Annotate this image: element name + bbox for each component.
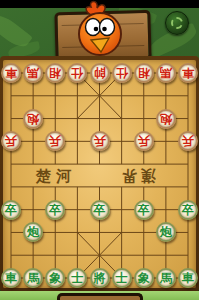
board-grid (0, 56, 199, 292)
piece-green-卒[interactable]: 卒 (178, 200, 198, 220)
gear-icon (171, 17, 183, 29)
piece-red-相[interactable]: 相 (134, 63, 154, 83)
piece-label: 相 (138, 65, 150, 81)
leaf-decoration (0, 10, 33, 51)
piece-label: 馬 (27, 270, 39, 286)
piece-label: 馬 (27, 65, 39, 81)
piece-red-兵[interactable]: 兵 (134, 131, 154, 151)
piece-red-馬[interactable]: 馬 (156, 63, 176, 83)
settings-button[interactable] (165, 11, 189, 35)
piece-green-馬[interactable]: 馬 (156, 268, 176, 288)
game-board[interactable]: 楚河 漢界 車馬相仕帥仕相馬車炮炮兵兵兵兵兵卒卒卒卒卒炮炮車馬象士將士象馬車 (0, 56, 199, 292)
piece-green-卒[interactable]: 卒 (90, 200, 110, 220)
piece-label: 車 (5, 270, 17, 286)
river-label-left: 楚河 (36, 168, 76, 184)
piece-red-馬[interactable]: 馬 (23, 63, 43, 83)
piece-green-卒[interactable]: 卒 (134, 200, 154, 220)
piece-label: 象 (138, 270, 150, 286)
bird-left-pupil (94, 27, 99, 32)
piece-label: 兵 (5, 133, 17, 149)
piece-label: 仕 (71, 65, 83, 81)
piece-red-炮[interactable]: 炮 (156, 109, 176, 129)
piece-label: 炮 (160, 111, 172, 127)
piece-red-車[interactable]: 車 (178, 63, 198, 83)
piece-label: 炮 (27, 224, 39, 240)
piece-label: 車 (182, 65, 194, 81)
piece-label: 馬 (160, 65, 172, 81)
piece-green-卒[interactable]: 卒 (45, 200, 65, 220)
piece-red-兵[interactable]: 兵 (90, 131, 110, 151)
piece-green-將[interactable]: 將 (90, 268, 110, 288)
piece-label: 兵 (182, 133, 194, 149)
piece-label: 兵 (94, 133, 106, 149)
piece-label: 卒 (94, 202, 106, 218)
bird-right-pupil (102, 27, 107, 32)
river-label-right: 漢界 (118, 168, 156, 184)
piece-label: 卒 (138, 202, 150, 218)
piece-label: 相 (49, 65, 61, 81)
piece-label: 車 (182, 270, 194, 286)
piece-label: 炮 (160, 224, 172, 240)
piece-label: 車 (5, 65, 17, 81)
piece-label: 士 (71, 270, 83, 286)
piece-label: 兵 (49, 133, 61, 149)
piece-label: 兵 (138, 133, 150, 149)
piece-label: 將 (94, 270, 106, 286)
piece-red-車[interactable]: 車 (1, 63, 21, 83)
game-screen: 楚河 漢界 車馬相仕帥仕相馬車炮炮兵兵兵兵兵卒卒卒卒卒炮炮車馬象士將士象馬車 (0, 0, 199, 300)
piece-green-車[interactable]: 車 (1, 268, 21, 288)
bottom-sign-button[interactable] (57, 293, 143, 300)
piece-label: 炮 (27, 111, 39, 127)
piece-label: 卒 (182, 202, 194, 218)
piece-label: 馬 (160, 270, 172, 286)
piece-label: 士 (116, 270, 128, 286)
piece-label: 帥 (94, 65, 106, 81)
piece-red-帥[interactable]: 帥 (90, 63, 110, 83)
piece-label: 仕 (116, 65, 128, 81)
piece-green-士[interactable]: 士 (112, 268, 132, 288)
piece-green-象[interactable]: 象 (134, 268, 154, 288)
bird-mascot-icon (71, 0, 129, 58)
piece-green-車[interactable]: 車 (178, 268, 198, 288)
piece-label: 象 (49, 270, 61, 286)
bird-left-eye (86, 19, 101, 36)
piece-label: 卒 (5, 202, 17, 218)
piece-red-仕[interactable]: 仕 (112, 63, 132, 83)
piece-red-炮[interactable]: 炮 (23, 109, 43, 129)
piece-label: 卒 (49, 202, 61, 218)
bird-right-eye (100, 19, 115, 36)
piece-green-卒[interactable]: 卒 (1, 200, 21, 220)
piece-green-馬[interactable]: 馬 (23, 268, 43, 288)
